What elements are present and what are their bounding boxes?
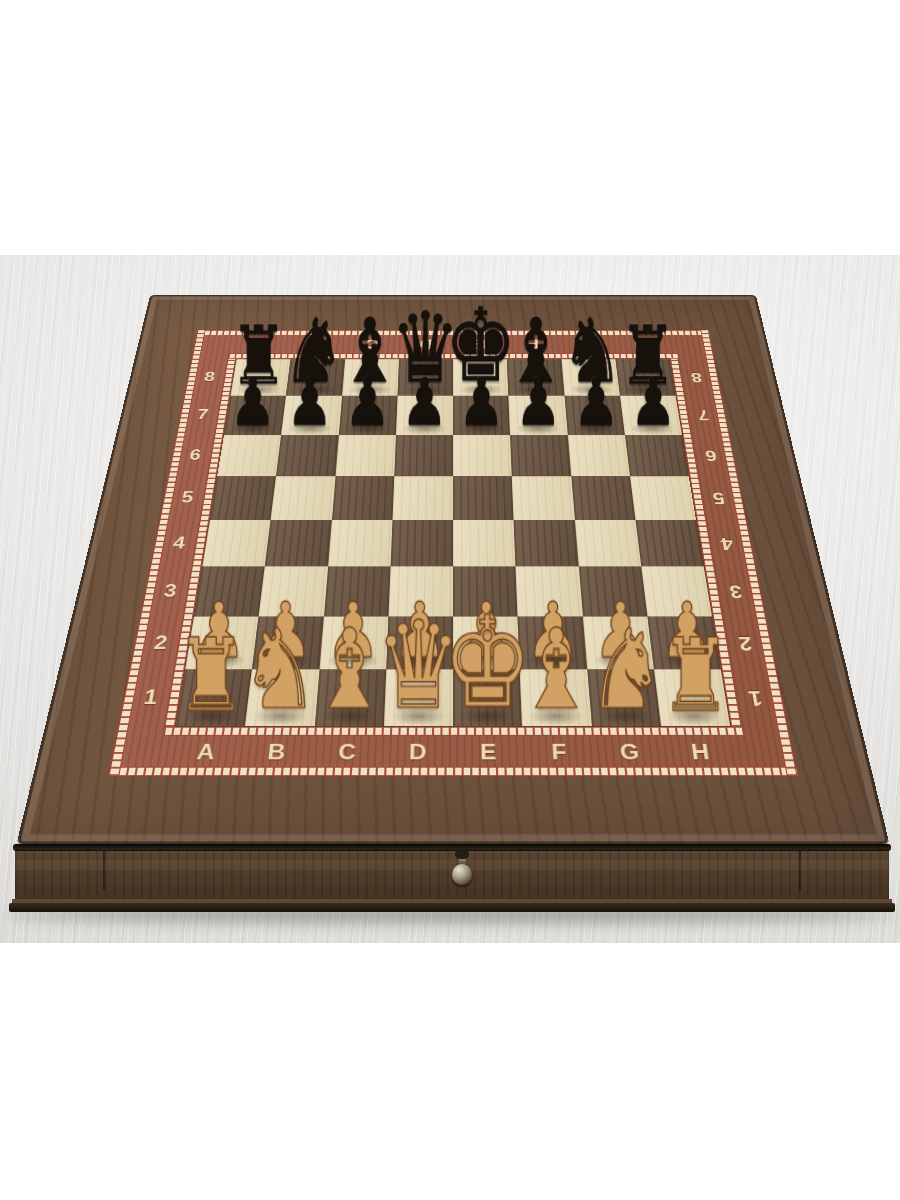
black-pawn: ♟ [573,371,619,433]
chess-box: ABCDEFGH ABCDEFGH 87654321 87654321 ♜♞♝♛… [95,255,810,878]
white-knight: ♞ [587,618,666,723]
square-f6 [510,435,571,476]
square-d6 [394,435,453,476]
square-g7: ♟ [564,396,624,435]
scene-perspective: ABCDEFGH ABCDEFGH 87654321 87654321 ♜♞♝♛… [95,255,810,878]
square-c7: ♟ [339,396,398,435]
black-pawn: ♟ [630,371,676,433]
rank-label-far-6: 6 [691,435,730,476]
square-a6 [217,435,281,476]
table-surface: ABCDEFGH ABCDEFGH 87654321 87654321 ♜♞♝♛… [0,255,900,943]
playing-field: ♜♞♝♛♚♝♞♜♟♟♟♟♟♟♟♟♟♟♟♟♟♟♟♟♜♞♝♛♚♝♞♜ [175,359,732,727]
board-top: ABCDEFGH ABCDEFGH 87654321 87654321 ♜♞♝♛… [16,295,889,845]
square-c4 [328,520,393,567]
square-h6 [625,435,689,476]
drawer-seam-left [103,851,105,890]
square-g6 [567,435,629,476]
file-label-d: D [382,736,453,769]
file-label-g: G [593,736,667,769]
square-d7: ♟ [396,396,453,435]
square-e1: ♚ [453,669,522,726]
square-f7: ♟ [509,396,568,435]
file-label-b: B [239,736,313,769]
rank-label-8: 8 [191,359,228,396]
knob-ball [452,864,472,885]
file-label-f: F [523,736,596,769]
square-b7: ♟ [281,396,341,435]
square-d4 [390,520,453,567]
drawer-knob [451,850,473,894]
white-queen: ♛ [375,608,461,723]
square-e6 [453,435,512,476]
square-c6 [335,435,396,476]
square-h4 [635,520,703,567]
file-label-a: A [168,736,243,769]
square-g1: ♞ [587,669,661,726]
square-b6 [276,435,338,476]
drawer-seam-right [799,851,801,890]
black-pawn: ♟ [230,371,276,433]
square-f4 [514,520,579,567]
black-pawn: ♟ [344,371,390,433]
square-b1: ♞ [245,669,319,726]
square-h1: ♜ [654,669,730,726]
file-label-c: C [310,736,383,769]
square-d1: ♛ [384,669,453,726]
black-pawn: ♟ [287,371,333,433]
knob-backplate [455,850,469,859]
square-g4 [575,520,642,567]
file-label-h: H [663,736,738,769]
black-pawn: ♟ [458,371,504,433]
square-h7: ♟ [620,396,682,435]
photo-canvas: ABCDEFGH ABCDEFGH 87654321 87654321 ♜♞♝♛… [0,0,900,1200]
black-pawn: ♟ [401,371,447,433]
square-e4 [453,520,516,567]
file-labels-bottom: ABCDEFGH [168,736,738,769]
white-rook: ♜ [175,628,246,723]
box-front [15,844,889,900]
file-label-e: E [453,736,524,769]
square-e7: ♟ [453,396,510,435]
black-pawn: ♟ [516,371,562,433]
square-b4 [265,520,332,567]
square-a1: ♜ [176,669,252,726]
plinth-molding [9,903,895,912]
white-knight: ♞ [241,618,320,723]
square-a4 [202,520,270,567]
white-rook: ♜ [659,628,730,723]
